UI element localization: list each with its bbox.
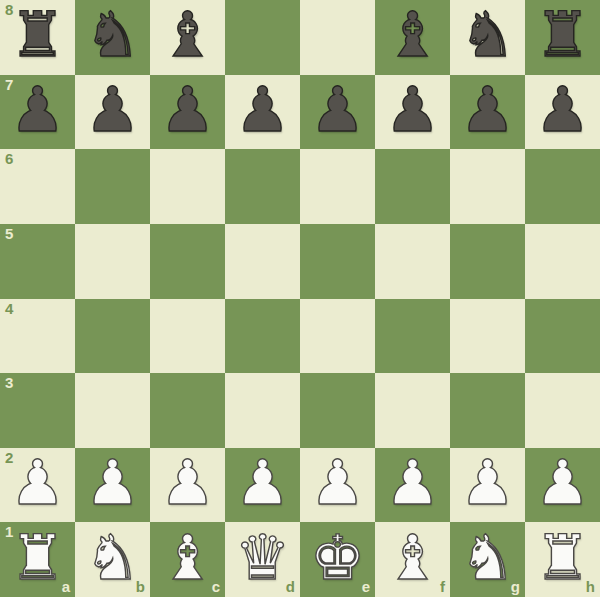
piece-white-bishop-c1[interactable]: ♝	[160, 527, 216, 589]
square-d2[interactable]: ♟	[225, 448, 300, 523]
square-f8[interactable]: ♝	[375, 0, 450, 75]
piece-black-pawn-e7[interactable]: ♟	[310, 79, 366, 141]
square-d6[interactable]	[225, 149, 300, 224]
square-a6[interactable]: 6	[0, 149, 75, 224]
piece-white-pawn-d2[interactable]: ♟	[235, 452, 291, 514]
square-b2[interactable]: ♟	[75, 448, 150, 523]
square-h4[interactable]	[525, 299, 600, 374]
square-c4[interactable]	[150, 299, 225, 374]
square-b4[interactable]	[75, 299, 150, 374]
square-b7[interactable]: ♟	[75, 75, 150, 150]
piece-white-knight-b1[interactable]: ♞	[85, 527, 141, 589]
chess-board: 8♜♞♝♝♞♜7♟♟♟♟♟♟♟♟65432♟♟♟♟♟♟♟♟1a♜b♞c♝d♛e♚…	[0, 0, 600, 597]
piece-black-pawn-f7[interactable]: ♟	[385, 79, 441, 141]
square-d7[interactable]: ♟	[225, 75, 300, 150]
piece-white-bishop-f1[interactable]: ♝	[385, 527, 441, 589]
square-g3[interactable]	[450, 373, 525, 448]
square-b1[interactable]: b♞	[75, 522, 150, 597]
piece-black-rook-h8[interactable]: ♜	[535, 4, 591, 66]
piece-black-pawn-a7[interactable]: ♟	[10, 79, 66, 141]
square-g7[interactable]: ♟	[450, 75, 525, 150]
square-h7[interactable]: ♟	[525, 75, 600, 150]
piece-black-pawn-d7[interactable]: ♟	[235, 79, 291, 141]
square-b6[interactable]	[75, 149, 150, 224]
square-g8[interactable]: ♞	[450, 0, 525, 75]
square-b5[interactable]	[75, 224, 150, 299]
square-f4[interactable]	[375, 299, 450, 374]
piece-black-pawn-g7[interactable]: ♟	[460, 79, 516, 141]
square-a5[interactable]: 5	[0, 224, 75, 299]
square-a4[interactable]: 4	[0, 299, 75, 374]
square-h3[interactable]	[525, 373, 600, 448]
square-a1[interactable]: 1a♜	[0, 522, 75, 597]
square-f1[interactable]: f♝	[375, 522, 450, 597]
piece-white-pawn-e2[interactable]: ♟	[310, 452, 366, 514]
square-h2[interactable]: ♟	[525, 448, 600, 523]
piece-black-pawn-b7[interactable]: ♟	[85, 79, 141, 141]
square-e4[interactable]	[300, 299, 375, 374]
piece-black-pawn-c7[interactable]: ♟	[160, 79, 216, 141]
piece-black-rook-a8[interactable]: ♜	[10, 4, 66, 66]
square-g5[interactable]	[450, 224, 525, 299]
rank-label-5: 5	[5, 226, 13, 241]
square-f2[interactable]: ♟	[375, 448, 450, 523]
square-a7[interactable]: 7♟	[0, 75, 75, 150]
piece-black-pawn-h7[interactable]: ♟	[535, 79, 591, 141]
square-a2[interactable]: 2♟	[0, 448, 75, 523]
square-c2[interactable]: ♟	[150, 448, 225, 523]
piece-white-pawn-f2[interactable]: ♟	[385, 452, 441, 514]
square-e2[interactable]: ♟	[300, 448, 375, 523]
piece-white-king-e1[interactable]: ♚	[310, 527, 366, 589]
square-h5[interactable]	[525, 224, 600, 299]
square-e8[interactable]	[300, 0, 375, 75]
piece-white-rook-a1[interactable]: ♜	[10, 527, 66, 589]
rank-label-6: 6	[5, 151, 13, 166]
square-f5[interactable]	[375, 224, 450, 299]
piece-white-pawn-g2[interactable]: ♟	[460, 452, 516, 514]
square-f3[interactable]	[375, 373, 450, 448]
piece-white-pawn-h2[interactable]: ♟	[535, 452, 591, 514]
piece-white-queen-d1[interactable]: ♛	[235, 527, 291, 589]
square-f7[interactable]: ♟	[375, 75, 450, 150]
square-d4[interactable]	[225, 299, 300, 374]
square-h1[interactable]: h♜	[525, 522, 600, 597]
piece-white-pawn-c2[interactable]: ♟	[160, 452, 216, 514]
square-d1[interactable]: d♛	[225, 522, 300, 597]
square-e3[interactable]	[300, 373, 375, 448]
square-g4[interactable]	[450, 299, 525, 374]
square-g2[interactable]: ♟	[450, 448, 525, 523]
square-c8[interactable]: ♝	[150, 0, 225, 75]
square-c1[interactable]: c♝	[150, 522, 225, 597]
piece-black-knight-g8[interactable]: ♞	[460, 4, 516, 66]
square-g1[interactable]: g♞	[450, 522, 525, 597]
square-e6[interactable]	[300, 149, 375, 224]
square-e7[interactable]: ♟	[300, 75, 375, 150]
piece-white-rook-h1[interactable]: ♜	[535, 527, 591, 589]
piece-white-pawn-b2[interactable]: ♟	[85, 452, 141, 514]
square-d3[interactable]	[225, 373, 300, 448]
file-label-f: f	[440, 579, 445, 594]
square-e1[interactable]: e♚	[300, 522, 375, 597]
square-a3[interactable]: 3	[0, 373, 75, 448]
square-c5[interactable]	[150, 224, 225, 299]
piece-black-knight-b8[interactable]: ♞	[85, 4, 141, 66]
square-c6[interactable]	[150, 149, 225, 224]
square-g6[interactable]	[450, 149, 525, 224]
square-c7[interactable]: ♟	[150, 75, 225, 150]
square-c3[interactable]	[150, 373, 225, 448]
rank-label-3: 3	[5, 375, 13, 390]
piece-black-bishop-f8[interactable]: ♝	[385, 4, 441, 66]
square-a8[interactable]: 8♜	[0, 0, 75, 75]
square-h8[interactable]: ♜	[525, 0, 600, 75]
square-b3[interactable]	[75, 373, 150, 448]
square-b8[interactable]: ♞	[75, 0, 150, 75]
piece-white-knight-g1[interactable]: ♞	[460, 527, 516, 589]
rank-label-4: 4	[5, 301, 13, 316]
square-h6[interactable]	[525, 149, 600, 224]
piece-white-pawn-a2[interactable]: ♟	[10, 452, 66, 514]
square-d8[interactable]	[225, 0, 300, 75]
square-d5[interactable]	[225, 224, 300, 299]
square-e5[interactable]	[300, 224, 375, 299]
piece-black-bishop-c8[interactable]: ♝	[160, 4, 216, 66]
square-f6[interactable]	[375, 149, 450, 224]
